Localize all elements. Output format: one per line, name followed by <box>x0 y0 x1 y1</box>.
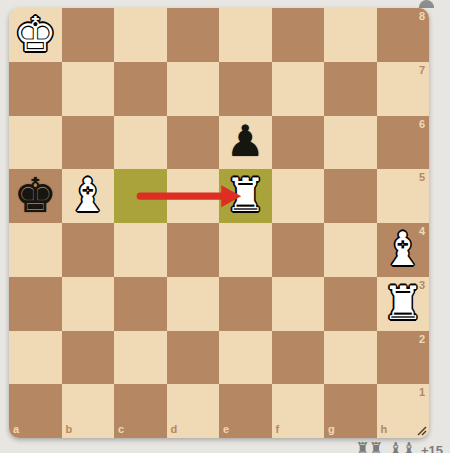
square-b2[interactable] <box>62 331 115 385</box>
square-g6[interactable] <box>324 116 377 170</box>
square-d4[interactable] <box>167 223 220 277</box>
square-e7[interactable] <box>219 62 272 116</box>
square-e3[interactable] <box>219 277 272 331</box>
piece-white-bishop[interactable]: ♝ <box>67 172 108 218</box>
square-d1[interactable] <box>167 384 220 438</box>
captured-bishop-icon: ♝ <box>402 439 415 453</box>
square-c2[interactable] <box>114 331 167 385</box>
square-d7[interactable] <box>167 62 220 116</box>
square-g5[interactable] <box>324 169 377 223</box>
piece-black-pawn[interactable]: ♟ <box>226 120 265 163</box>
square-h5[interactable] <box>377 169 430 223</box>
square-g3[interactable] <box>324 277 377 331</box>
piece-white-bishop[interactable]: ♝ <box>382 226 423 272</box>
square-c1[interactable] <box>114 384 167 438</box>
square-b4[interactable] <box>62 223 115 277</box>
square-h2[interactable] <box>377 331 430 385</box>
square-b3[interactable] <box>62 277 115 331</box>
square-h3[interactable]: ♜ <box>377 277 430 331</box>
captured-pieces: ♜♜♝♝ <box>356 441 415 453</box>
square-a5[interactable]: ♚ <box>9 169 62 223</box>
square-b6[interactable] <box>62 116 115 170</box>
square-g7[interactable] <box>324 62 377 116</box>
square-e6[interactable]: ♟ <box>219 116 272 170</box>
square-a7[interactable] <box>9 62 62 116</box>
square-b8[interactable] <box>62 8 115 62</box>
square-b5[interactable]: ♝ <box>62 169 115 223</box>
chess-board[interactable]: ♚♟♚♝♜♝♜abcdefgh87654321 <box>9 8 429 438</box>
square-a2[interactable] <box>9 331 62 385</box>
square-g2[interactable] <box>324 331 377 385</box>
square-f7[interactable] <box>272 62 325 116</box>
square-b1[interactable] <box>62 384 115 438</box>
square-a3[interactable] <box>9 277 62 331</box>
square-g1[interactable] <box>324 384 377 438</box>
square-g4[interactable] <box>324 223 377 277</box>
square-e1[interactable] <box>219 384 272 438</box>
square-f6[interactable] <box>272 116 325 170</box>
square-f4[interactable] <box>272 223 325 277</box>
material-bar: ♜♜♝♝ +15 <box>356 441 443 453</box>
square-b7[interactable] <box>62 62 115 116</box>
square-c5[interactable] <box>114 169 167 223</box>
square-c6[interactable] <box>114 116 167 170</box>
square-d3[interactable] <box>167 277 220 331</box>
square-f1[interactable] <box>272 384 325 438</box>
square-c8[interactable] <box>114 8 167 62</box>
piece-white-king[interactable]: ♚ <box>14 10 57 58</box>
square-c7[interactable] <box>114 62 167 116</box>
captured-rook-icon: ♜ <box>369 439 382 453</box>
square-f3[interactable] <box>272 277 325 331</box>
square-h6[interactable] <box>377 116 430 170</box>
square-e8[interactable] <box>219 8 272 62</box>
square-a4[interactable] <box>9 223 62 277</box>
board-resize-handle[interactable] <box>415 424 427 436</box>
square-c3[interactable] <box>114 277 167 331</box>
square-f5[interactable] <box>272 169 325 223</box>
square-d5[interactable] <box>167 169 220 223</box>
square-d2[interactable] <box>167 331 220 385</box>
square-e2[interactable] <box>219 331 272 385</box>
piece-white-rook[interactable]: ♜ <box>225 172 266 218</box>
material-advantage: +15 <box>421 443 443 453</box>
square-f8[interactable] <box>272 8 325 62</box>
square-g8[interactable] <box>324 8 377 62</box>
page: { "game": "chess", "board_theme": "liche… <box>0 0 450 453</box>
square-h4[interactable]: ♝ <box>377 223 430 277</box>
square-a6[interactable] <box>9 116 62 170</box>
square-h8[interactable] <box>377 8 430 62</box>
square-a8[interactable]: ♚ <box>9 8 62 62</box>
square-e5[interactable]: ♜ <box>219 169 272 223</box>
square-h7[interactable] <box>377 62 430 116</box>
square-f2[interactable] <box>272 331 325 385</box>
square-a1[interactable] <box>9 384 62 438</box>
captured-rook-icon: ♜ <box>356 439 369 453</box>
square-d6[interactable] <box>167 116 220 170</box>
square-c4[interactable] <box>114 223 167 277</box>
square-d8[interactable] <box>167 8 220 62</box>
square-e4[interactable] <box>219 223 272 277</box>
piece-black-king[interactable]: ♚ <box>14 171 57 219</box>
captured-bishop-icon: ♝ <box>388 439 401 453</box>
piece-white-rook[interactable]: ♜ <box>382 280 423 326</box>
top-dome <box>419 0 434 8</box>
